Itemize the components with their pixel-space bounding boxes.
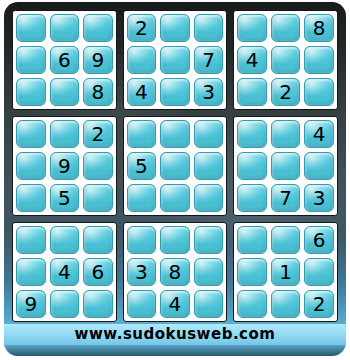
cell-r3-c4[interactable]: 4 <box>127 78 157 106</box>
cell-r3-c6[interactable]: 3 <box>194 78 224 106</box>
sudoku-board-frame: 69827438422955473469384612 www.sudokuswe… <box>4 2 346 356</box>
cell-r6-c9[interactable]: 3 <box>304 184 334 212</box>
box-4: 295 <box>12 116 117 216</box>
cell-r7-c1[interactable] <box>16 226 46 254</box>
cell-r6-c1[interactable] <box>16 184 46 212</box>
cell-r8-c3[interactable]: 6 <box>83 258 113 286</box>
cell-r8-c8[interactable]: 1 <box>271 258 301 286</box>
cell-r2-c4[interactable] <box>127 46 157 74</box>
cell-r2-c7[interactable]: 4 <box>237 46 267 74</box>
cell-r8-c1[interactable] <box>16 258 46 286</box>
cell-r6-c3[interactable] <box>83 184 113 212</box>
cell-r8-c2[interactable]: 4 <box>50 258 80 286</box>
cell-r2-c9[interactable] <box>304 46 334 74</box>
cell-r6-c4[interactable] <box>127 184 157 212</box>
cell-r1-c6[interactable] <box>194 14 224 42</box>
page: 69827438422955473469384612 www.sudokuswe… <box>0 0 350 360</box>
cell-r7-c4[interactable] <box>127 226 157 254</box>
cell-r1-c9[interactable]: 8 <box>304 14 334 42</box>
cell-r9-c4[interactable] <box>127 290 157 318</box>
box-5: 5 <box>123 116 228 216</box>
cell-r1-c4[interactable]: 2 <box>127 14 157 42</box>
cell-r3-c2[interactable] <box>50 78 80 106</box>
cell-r1-c1[interactable] <box>16 14 46 42</box>
frame-bottom-shadow <box>4 345 346 356</box>
cell-r7-c6[interactable] <box>194 226 224 254</box>
cell-r5-c4[interactable]: 5 <box>127 152 157 180</box>
cell-r8-c4[interactable]: 3 <box>127 258 157 286</box>
cell-r5-c5[interactable] <box>160 152 190 180</box>
cell-r4-c7[interactable] <box>237 120 267 148</box>
cell-r6-c8[interactable]: 7 <box>271 184 301 212</box>
cell-r3-c5[interactable] <box>160 78 190 106</box>
cell-r2-c8[interactable] <box>271 46 301 74</box>
cell-r5-c1[interactable] <box>16 152 46 180</box>
cell-r8-c6[interactable] <box>194 258 224 286</box>
cell-r3-c1[interactable] <box>16 78 46 106</box>
cell-r7-c7[interactable] <box>237 226 267 254</box>
cell-r4-c3[interactable]: 2 <box>83 120 113 148</box>
box-7: 469 <box>12 222 117 322</box>
box-2: 2743 <box>123 10 228 110</box>
sudoku-grid: 69827438422955473469384612 <box>4 2 346 322</box>
cell-r6-c5[interactable] <box>160 184 190 212</box>
cell-r5-c7[interactable] <box>237 152 267 180</box>
cell-r3-c9[interactable] <box>304 78 334 106</box>
cell-r4-c2[interactable] <box>50 120 80 148</box>
cell-r1-c7[interactable] <box>237 14 267 42</box>
cell-r2-c2[interactable]: 6 <box>50 46 80 74</box>
cell-r3-c8[interactable]: 2 <box>271 78 301 106</box>
cell-r5-c3[interactable] <box>83 152 113 180</box>
cell-r4-c9[interactable]: 4 <box>304 120 334 148</box>
cell-r2-c5[interactable] <box>160 46 190 74</box>
cell-r8-c9[interactable] <box>304 258 334 286</box>
cell-r9-c2[interactable] <box>50 290 80 318</box>
cell-r9-c8[interactable] <box>271 290 301 318</box>
cell-r4-c6[interactable] <box>194 120 224 148</box>
cell-r6-c7[interactable] <box>237 184 267 212</box>
cell-r7-c8[interactable] <box>271 226 301 254</box>
cell-r5-c6[interactable] <box>194 152 224 180</box>
cell-r9-c3[interactable] <box>83 290 113 318</box>
box-1: 698 <box>12 10 117 110</box>
cell-r9-c5[interactable]: 4 <box>160 290 190 318</box>
cell-r9-c7[interactable] <box>237 290 267 318</box>
cell-r3-c7[interactable] <box>237 78 267 106</box>
box-6: 473 <box>233 116 338 216</box>
cell-r4-c4[interactable] <box>127 120 157 148</box>
cell-r8-c5[interactable]: 8 <box>160 258 190 286</box>
cell-r9-c9[interactable]: 2 <box>304 290 334 318</box>
site-url[interactable]: www.sudokusweb.com <box>4 324 346 345</box>
box-3: 842 <box>233 10 338 110</box>
cell-r2-c6[interactable]: 7 <box>194 46 224 74</box>
cell-r4-c8[interactable] <box>271 120 301 148</box>
cell-r6-c2[interactable]: 5 <box>50 184 80 212</box>
cell-r3-c3[interactable]: 8 <box>83 78 113 106</box>
cell-r7-c9[interactable]: 6 <box>304 226 334 254</box>
cell-r7-c2[interactable] <box>50 226 80 254</box>
cell-r1-c2[interactable] <box>50 14 80 42</box>
box-9: 612 <box>233 222 338 322</box>
cell-r4-c1[interactable] <box>16 120 46 148</box>
cell-r5-c8[interactable] <box>271 152 301 180</box>
box-8: 384 <box>123 222 228 322</box>
cell-r1-c8[interactable] <box>271 14 301 42</box>
cell-r2-c3[interactable]: 9 <box>83 46 113 74</box>
cell-r8-c7[interactable] <box>237 258 267 286</box>
cell-r1-c5[interactable] <box>160 14 190 42</box>
cell-r4-c5[interactable] <box>160 120 190 148</box>
cell-r6-c6[interactable] <box>194 184 224 212</box>
cell-r5-c9[interactable] <box>304 152 334 180</box>
cell-r2-c1[interactable] <box>16 46 46 74</box>
cell-r7-c5[interactable] <box>160 226 190 254</box>
cell-r5-c2[interactable]: 9 <box>50 152 80 180</box>
cell-r7-c3[interactable] <box>83 226 113 254</box>
cell-r9-c6[interactable] <box>194 290 224 318</box>
cell-r1-c3[interactable] <box>83 14 113 42</box>
cell-r9-c1[interactable]: 9 <box>16 290 46 318</box>
